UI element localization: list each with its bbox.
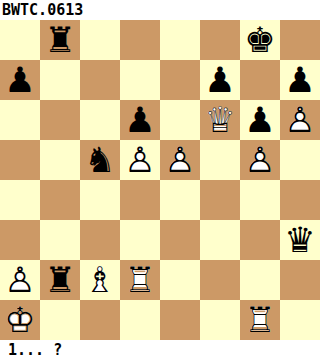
white-pawn-fill: ♟	[240, 140, 280, 180]
square-d3[interactable]	[120, 220, 160, 260]
square-a8[interactable]	[0, 20, 40, 60]
square-a6[interactable]	[0, 100, 40, 140]
square-f7[interactable]: ♟	[200, 60, 240, 100]
square-h1[interactable]	[280, 300, 320, 340]
square-a4[interactable]	[0, 180, 40, 220]
piece-white-king: ♔	[0, 300, 40, 340]
square-g6[interactable]: ♟	[240, 100, 280, 140]
piece-white-rook: ♖	[120, 260, 160, 300]
piece-white-pawn: ♙	[120, 140, 160, 180]
piece-white-pawn: ♙	[0, 260, 40, 300]
square-b4[interactable]	[40, 180, 80, 220]
chess-board: ♜♚♟♟♟♟♛♕♟♟♙♞♟♙♟♙♟♙♛♟♙♜♝♗♜♖♚♔♜♖	[0, 20, 320, 340]
square-e7[interactable]	[160, 60, 200, 100]
square-e6[interactable]	[160, 100, 200, 140]
square-b6[interactable]	[40, 100, 80, 140]
square-h2[interactable]	[280, 260, 320, 300]
square-f5[interactable]	[200, 140, 240, 180]
square-f4[interactable]	[200, 180, 240, 220]
square-g8[interactable]: ♚	[240, 20, 280, 60]
piece-white-bishop: ♗	[80, 260, 120, 300]
piece-black-king: ♚	[240, 20, 280, 60]
square-d4[interactable]	[120, 180, 160, 220]
white-king-fill: ♚	[0, 300, 40, 340]
square-a5[interactable]	[0, 140, 40, 180]
square-d5[interactable]: ♟♙	[120, 140, 160, 180]
footer: 1... ?	[0, 340, 320, 360]
white-pawn-fill: ♟	[160, 140, 200, 180]
square-h4[interactable]	[280, 180, 320, 220]
square-c3[interactable]	[80, 220, 120, 260]
square-b5[interactable]	[40, 140, 80, 180]
piece-white-pawn: ♙	[280, 100, 320, 140]
white-pawn-fill: ♟	[0, 260, 40, 300]
square-c4[interactable]	[80, 180, 120, 220]
square-g1[interactable]: ♜♖	[240, 300, 280, 340]
square-c2[interactable]: ♝♗	[80, 260, 120, 300]
square-a7[interactable]: ♟	[0, 60, 40, 100]
piece-black-rook: ♜	[40, 20, 80, 60]
square-c1[interactable]	[80, 300, 120, 340]
piece-white-rook: ♖	[240, 300, 280, 340]
piece-white-queen: ♕	[200, 100, 240, 140]
square-g2[interactable]	[240, 260, 280, 300]
square-c8[interactable]	[80, 20, 120, 60]
piece-black-pawn: ♟	[240, 100, 280, 140]
white-rook-fill: ♜	[240, 300, 280, 340]
piece-white-pawn: ♙	[160, 140, 200, 180]
square-c7[interactable]	[80, 60, 120, 100]
square-g4[interactable]	[240, 180, 280, 220]
square-g7[interactable]	[240, 60, 280, 100]
square-b8[interactable]: ♜	[40, 20, 80, 60]
move-prompt: 1... ?	[8, 341, 62, 359]
square-e5[interactable]: ♟♙	[160, 140, 200, 180]
white-rook-fill: ♜	[120, 260, 160, 300]
square-a2[interactable]: ♟♙	[0, 260, 40, 300]
piece-white-pawn: ♙	[240, 140, 280, 180]
square-d1[interactable]	[120, 300, 160, 340]
square-d6[interactable]: ♟	[120, 100, 160, 140]
square-f2[interactable]	[200, 260, 240, 300]
white-queen-fill: ♛	[200, 100, 240, 140]
square-d8[interactable]	[120, 20, 160, 60]
square-c5[interactable]: ♞	[80, 140, 120, 180]
square-f6[interactable]: ♛♕	[200, 100, 240, 140]
piece-black-knight: ♞	[80, 140, 120, 180]
square-h8[interactable]	[280, 20, 320, 60]
chess-diagram-window: BWTC.0613 ♜♚♟♟♟♟♛♕♟♟♙♞♟♙♟♙♟♙♛♟♙♜♝♗♜♖♚♔♜♖…	[0, 0, 320, 360]
square-g5[interactable]: ♟♙	[240, 140, 280, 180]
square-h6[interactable]: ♟♙	[280, 100, 320, 140]
square-d2[interactable]: ♜♖	[120, 260, 160, 300]
piece-black-queen: ♛	[280, 220, 320, 260]
square-g3[interactable]	[240, 220, 280, 260]
white-pawn-fill: ♟	[280, 100, 320, 140]
square-h3[interactable]: ♛	[280, 220, 320, 260]
square-e8[interactable]	[160, 20, 200, 60]
square-f8[interactable]	[200, 20, 240, 60]
piece-black-rook: ♜	[40, 260, 80, 300]
square-e4[interactable]	[160, 180, 200, 220]
piece-black-pawn: ♟	[0, 60, 40, 100]
square-b3[interactable]	[40, 220, 80, 260]
square-f3[interactable]	[200, 220, 240, 260]
piece-black-pawn: ♟	[200, 60, 240, 100]
square-d7[interactable]	[120, 60, 160, 100]
square-e1[interactable]	[160, 300, 200, 340]
square-a1[interactable]: ♚♔	[0, 300, 40, 340]
square-c6[interactable]	[80, 100, 120, 140]
square-a3[interactable]	[0, 220, 40, 260]
piece-black-pawn: ♟	[120, 100, 160, 140]
white-pawn-fill: ♟	[120, 140, 160, 180]
square-b1[interactable]	[40, 300, 80, 340]
titlebar: BWTC.0613	[0, 0, 320, 20]
puzzle-title: BWTC.0613	[2, 1, 83, 19]
square-e2[interactable]	[160, 260, 200, 300]
square-e3[interactable]	[160, 220, 200, 260]
piece-black-pawn: ♟	[280, 60, 320, 100]
square-f1[interactable]	[200, 300, 240, 340]
square-h5[interactable]	[280, 140, 320, 180]
square-b7[interactable]	[40, 60, 80, 100]
square-h7[interactable]: ♟	[280, 60, 320, 100]
white-bishop-fill: ♝	[80, 260, 120, 300]
square-b2[interactable]: ♜	[40, 260, 80, 300]
